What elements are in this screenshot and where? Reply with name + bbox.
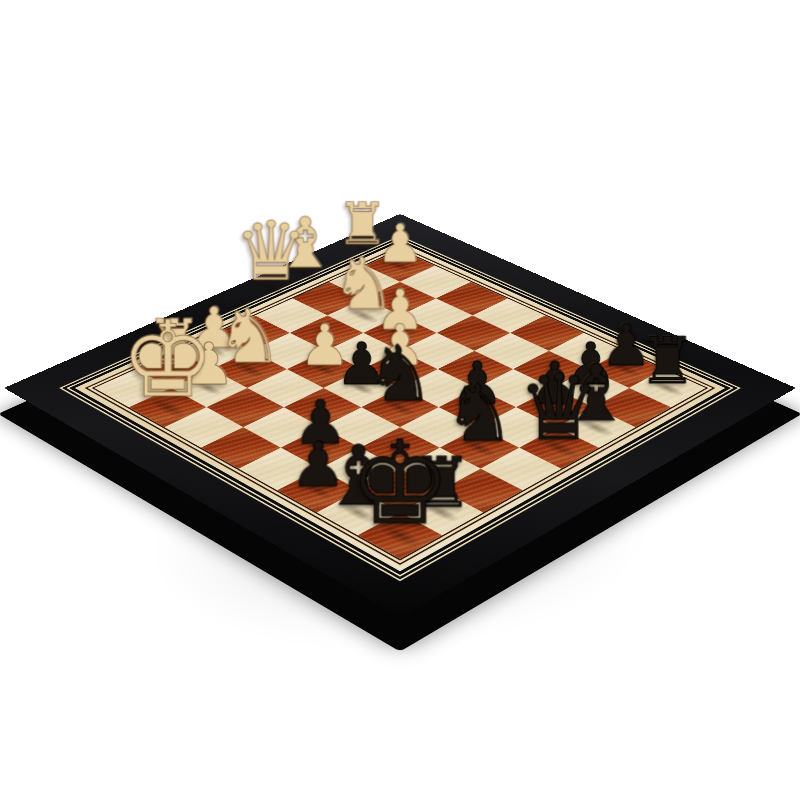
rook-icon: ♜ bbox=[639, 329, 696, 393]
queen-icon: ♛ bbox=[234, 211, 307, 293]
king-icon: ♚ bbox=[121, 307, 215, 412]
knight-icon: ♞ bbox=[365, 335, 434, 412]
king-icon: ♚ bbox=[349, 426, 452, 541]
queen-icon: ♛ bbox=[518, 361, 600, 453]
knight-icon: ♞ bbox=[444, 374, 515, 453]
